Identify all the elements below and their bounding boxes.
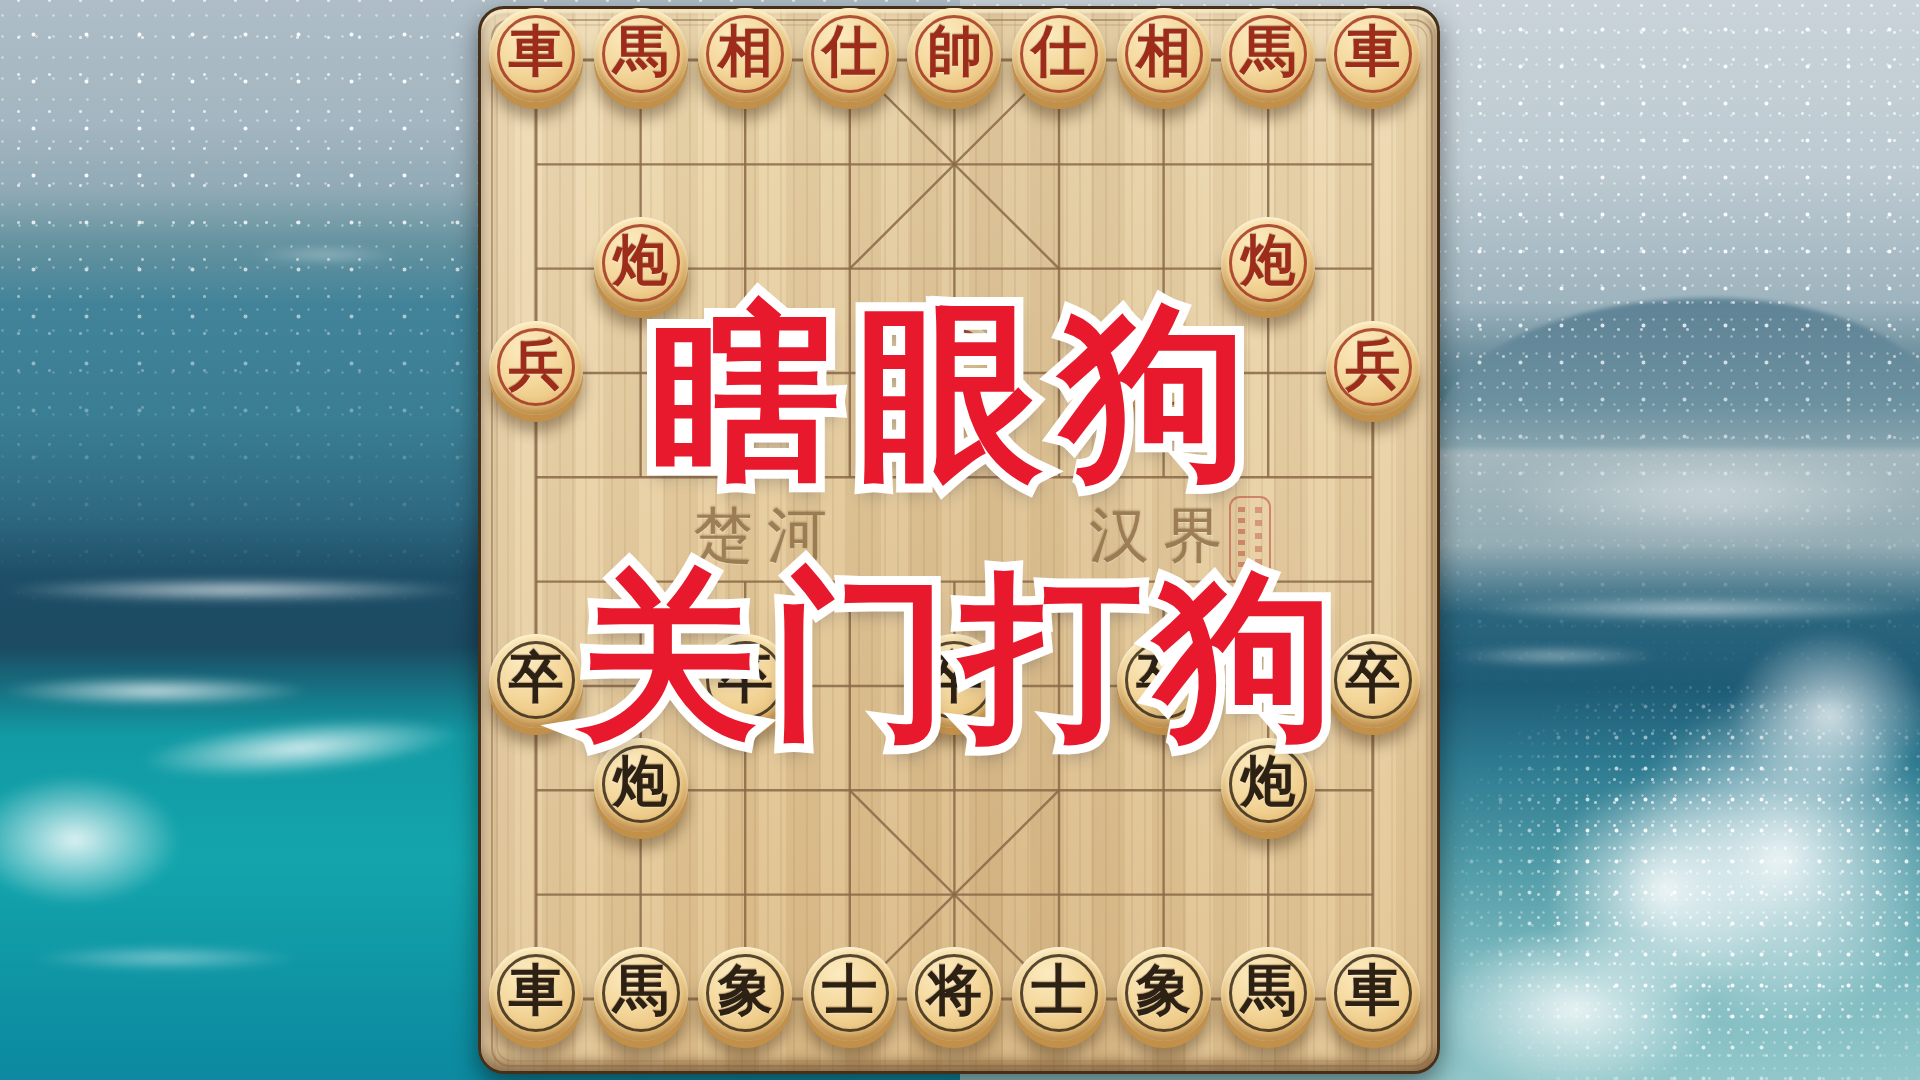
piece-glyph: 帥	[907, 8, 1001, 96]
piece-red-chariot[interactable]: 車	[1326, 8, 1420, 102]
wave-foam	[0, 676, 310, 706]
wave-foam	[0, 578, 470, 602]
caption-line-2-text: 关门打狗	[578, 567, 1346, 747]
piece-glyph: 車	[1326, 947, 1420, 1035]
piece-glyph: 仕	[803, 8, 897, 96]
piece-red-advisor[interactable]: 仕	[803, 8, 897, 102]
piece-black-chariot[interactable]: 車	[489, 947, 583, 1041]
piece-black-elephant[interactable]: 象	[698, 947, 792, 1041]
piece-black-chariot[interactable]: 車	[1326, 947, 1420, 1041]
wave-foam	[30, 945, 300, 971]
piece-glyph: 車	[1326, 8, 1420, 96]
piece-glyph: 士	[1012, 947, 1106, 1035]
piece-glyph: 将	[907, 947, 1001, 1035]
caption-line-1: 瞎眼狗 瞎眼狗	[652, 299, 1264, 487]
piece-glyph: 相	[1117, 8, 1211, 96]
piece-glyph: 馬	[1221, 8, 1315, 96]
piece-red-horse[interactable]: 馬	[1221, 8, 1315, 102]
wave-foam	[1450, 646, 1660, 666]
piece-glyph: 馬	[594, 947, 688, 1035]
board-grid	[481, 9, 1443, 1077]
piece-glyph: 士	[803, 947, 897, 1035]
caption-line-2: 关门打狗 关门打狗	[578, 567, 1346, 747]
piece-glyph: 車	[489, 947, 583, 1035]
piece-glyph: 兵	[489, 321, 583, 409]
xiangqi-board[interactable]: 楚河 汉界 車馬相仕帥仕相馬車炮炮兵兵兵兵兵卒卒卒卒卒炮炮車馬象士将士象馬車	[478, 6, 1440, 1074]
piece-red-elephant[interactable]: 相	[1117, 8, 1211, 102]
piece-glyph: 象	[1117, 947, 1211, 1035]
piece-black-horse[interactable]: 馬	[594, 947, 688, 1041]
piece-glyph: 卒	[489, 634, 583, 722]
piece-glyph: 馬	[594, 8, 688, 96]
piece-black-advisor[interactable]: 士	[1012, 947, 1106, 1041]
piece-glyph: 馬	[1221, 947, 1315, 1035]
piece-red-horse[interactable]: 馬	[594, 8, 688, 102]
wave-foam	[1465, 596, 1920, 622]
piece-red-advisor[interactable]: 仕	[1012, 8, 1106, 102]
piece-glyph: 象	[698, 947, 792, 1035]
piece-glyph: 相	[698, 8, 792, 96]
piece-red-elephant[interactable]: 相	[698, 8, 792, 102]
piece-black-soldier[interactable]: 卒	[489, 634, 583, 728]
piece-black-general[interactable]: 将	[907, 947, 1001, 1041]
piece-black-elephant[interactable]: 象	[1117, 947, 1211, 1041]
wave-foam	[250, 246, 400, 264]
piece-red-general[interactable]: 帥	[907, 8, 1001, 102]
mist-band	[1495, 448, 1920, 543]
piece-red-chariot[interactable]: 車	[489, 8, 583, 102]
piece-glyph: 仕	[1012, 8, 1106, 96]
stage: 楚河 汉界 車馬相仕帥仕相馬車炮炮兵兵兵兵兵卒卒卒卒卒炮炮車馬象士将士象馬車 瞎…	[0, 0, 1920, 1080]
piece-black-horse[interactable]: 馬	[1221, 947, 1315, 1041]
wave-splash	[1730, 630, 1920, 800]
caption-line-1-text: 瞎眼狗	[652, 299, 1264, 487]
piece-glyph: 兵	[1326, 321, 1420, 409]
piece-red-soldier[interactable]: 兵	[1326, 321, 1420, 415]
piece-glyph: 車	[489, 8, 583, 96]
piece-red-soldier[interactable]: 兵	[489, 321, 583, 415]
piece-black-advisor[interactable]: 士	[803, 947, 897, 1041]
